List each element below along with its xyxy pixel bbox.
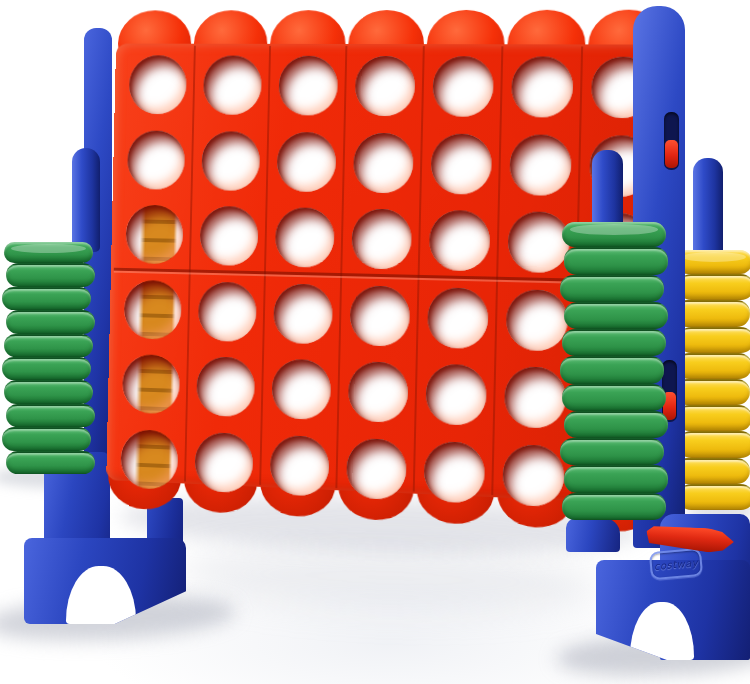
empty-hole	[346, 438, 407, 500]
empty-hole	[200, 206, 259, 266]
empty-hole	[125, 205, 183, 265]
board-cell-r5c3	[262, 350, 340, 429]
yellow-disc	[678, 274, 750, 300]
right-leg-arch	[630, 602, 694, 660]
board-cell-r6c4	[337, 429, 416, 509]
left-leg-arch	[66, 566, 136, 624]
board-cell-r4c4	[340, 277, 419, 356]
board-cell-r2c2	[192, 123, 269, 199]
empty-hole	[353, 132, 414, 193]
board-cell-r6c5	[414, 432, 494, 512]
empty-hole	[278, 56, 338, 116]
board-cell-r2c3	[268, 123, 346, 200]
yellow-disc-stack	[676, 250, 750, 510]
empty-hole	[351, 209, 412, 270]
board-cell-r1c1	[120, 47, 196, 122]
empty-hole	[506, 289, 569, 352]
latch-slot-top	[664, 112, 679, 170]
green-disc	[564, 465, 668, 492]
empty-hole	[432, 56, 494, 117]
empty-hole	[430, 133, 492, 194]
board-cell-r2c1	[118, 122, 194, 198]
board-cell-r3c5	[420, 202, 500, 281]
board-cell-r1c6	[502, 48, 584, 126]
board-cell-r4c1	[115, 271, 191, 348]
yellow-disc	[674, 379, 750, 405]
board-cell-r1c5	[423, 48, 503, 126]
empty-hole	[194, 432, 253, 494]
green-disc	[564, 302, 668, 329]
empty-hole	[270, 435, 330, 497]
empty-hole	[124, 279, 182, 339]
empty-hole	[201, 131, 260, 191]
board-cell-r1c2	[194, 48, 271, 124]
green-disc	[562, 329, 666, 356]
empty-hole	[122, 354, 180, 415]
green-disc	[564, 247, 668, 274]
empty-hole	[127, 130, 185, 189]
left-leg-base	[24, 538, 186, 624]
board-cell-r3c4	[342, 200, 421, 278]
empty-hole	[509, 134, 572, 196]
yellow-disc	[676, 353, 750, 379]
empty-hole	[429, 210, 491, 272]
yellow-disc-peg	[693, 158, 723, 258]
giant-connect-four-product-photo: costway	[0, 0, 750, 684]
green-disc	[4, 380, 93, 403]
empty-hole	[198, 281, 257, 342]
board-cell-r1c4	[346, 48, 425, 125]
board-cell-r6c1	[112, 420, 188, 498]
costway-logo-plate: costway	[649, 548, 703, 580]
empty-hole	[504, 366, 567, 429]
green-disc	[560, 438, 664, 465]
costway-logo-text: costway	[653, 557, 698, 572]
empty-hole	[129, 56, 187, 115]
empty-hole	[502, 444, 565, 507]
yellow-disc	[674, 458, 750, 484]
empty-hole	[348, 361, 409, 423]
board-cell-r4c2	[189, 273, 266, 350]
green-disc	[6, 263, 95, 286]
board-cell-r3c1	[117, 197, 193, 273]
left-disc-peg	[72, 148, 100, 252]
yellow-disc	[676, 250, 750, 274]
empty-hole	[203, 56, 262, 115]
yellow-disc	[676, 405, 750, 431]
yellow-disc	[678, 327, 750, 353]
green-disc	[6, 451, 95, 474]
board-cell-r5c4	[339, 353, 418, 432]
empty-hole	[196, 356, 255, 417]
green-disc	[560, 275, 664, 302]
board-cell-r2c4	[344, 124, 423, 201]
board-cell-r2c5	[421, 125, 501, 203]
green-disc	[6, 310, 95, 333]
board-cell-r5c5	[416, 355, 496, 435]
empty-hole	[275, 207, 335, 268]
green-disc	[6, 404, 95, 427]
yellow-disc	[674, 300, 750, 326]
green-disc-stack-right	[562, 222, 666, 520]
green-disc	[2, 357, 91, 380]
empty-hole	[425, 364, 487, 427]
yellow-disc	[678, 484, 750, 510]
green-disc	[562, 384, 666, 411]
green-disc	[560, 356, 664, 383]
board-cell-r3c2	[191, 198, 268, 275]
green-disc	[4, 334, 93, 357]
green-disc	[562, 222, 666, 247]
empty-hole	[507, 211, 570, 273]
green-disc	[564, 411, 668, 438]
board-cell-r4c3	[264, 275, 342, 353]
empty-hole	[355, 56, 416, 116]
green-disc	[2, 427, 91, 450]
green-disc-stack-left	[4, 242, 93, 474]
empty-hole	[349, 285, 410, 347]
green-disc	[4, 242, 93, 263]
board-cell-r3c3	[266, 199, 344, 276]
yellow-disc	[678, 431, 750, 457]
empty-hole	[427, 287, 489, 349]
green-disc	[2, 287, 91, 310]
empty-hole	[273, 283, 333, 344]
green-disc	[562, 493, 666, 520]
empty-hole	[424, 441, 486, 504]
board-cell-r5c2	[187, 348, 264, 426]
board-cell-r1c3	[269, 48, 347, 124]
board-cell-r6c2	[186, 423, 263, 502]
board-cell-r4c5	[418, 278, 498, 357]
empty-hole	[120, 429, 178, 490]
board-cell-r5c1	[113, 346, 189, 423]
empty-hole	[511, 57, 574, 118]
red-latch-top	[665, 140, 678, 168]
board-cell-r6c3	[261, 426, 339, 505]
board-cell-r2c6	[500, 126, 581, 205]
empty-hole	[271, 359, 331, 421]
empty-hole	[277, 132, 337, 192]
